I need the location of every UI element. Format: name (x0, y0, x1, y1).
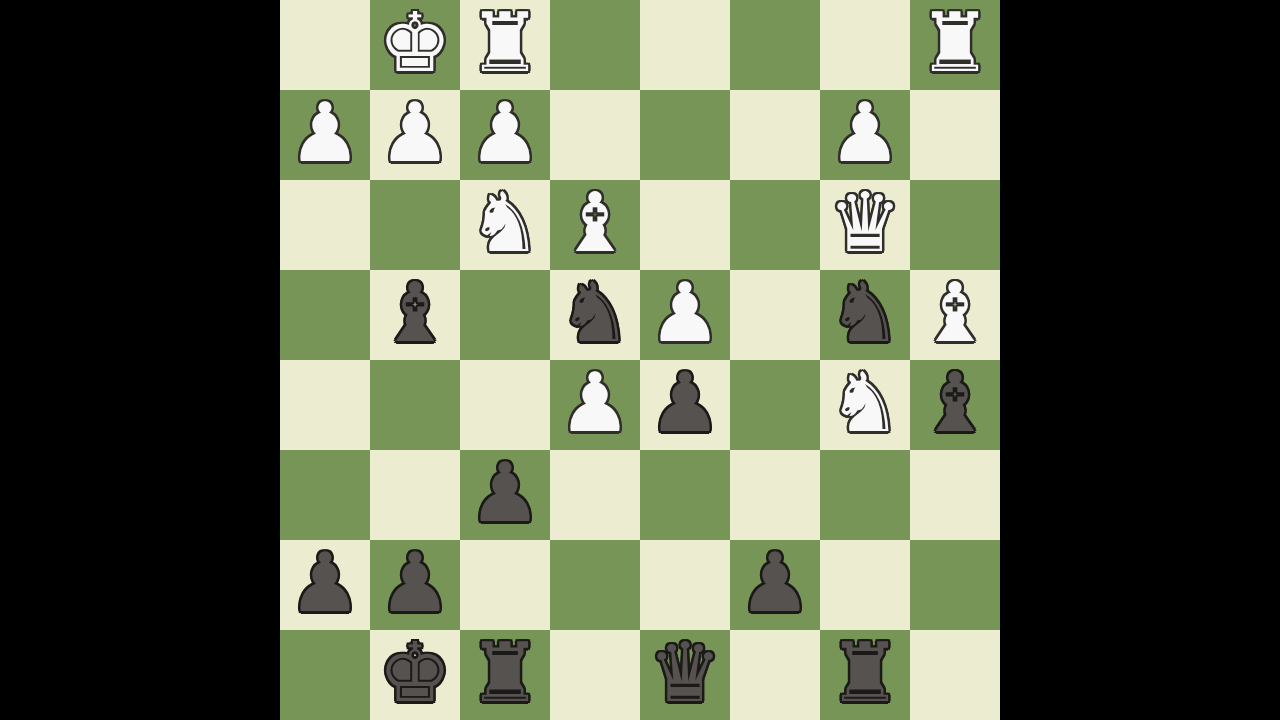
black-pawn-g7[interactable]: ♟ (378, 542, 452, 624)
square-c5[interactable] (730, 360, 820, 450)
square-f2[interactable]: ♟ (460, 90, 550, 180)
square-d7[interactable] (640, 540, 730, 630)
square-c4[interactable] (730, 270, 820, 360)
square-b8[interactable]: ♜ (820, 630, 910, 720)
square-f4[interactable] (460, 270, 550, 360)
square-h8[interactable] (280, 630, 370, 720)
square-b5[interactable]: ♞ (820, 360, 910, 450)
square-b1[interactable] (820, 0, 910, 90)
white-knight-f3[interactable]: ♞ (468, 182, 542, 264)
white-king-g1[interactable]: ♚ (378, 2, 452, 84)
square-e3[interactable]: ♝ (550, 180, 640, 270)
square-a3[interactable] (910, 180, 1000, 270)
square-c6[interactable] (730, 450, 820, 540)
square-e7[interactable] (550, 540, 640, 630)
black-pawn-c7[interactable]: ♟ (738, 542, 812, 624)
white-rook-a1[interactable]: ♜ (918, 2, 992, 84)
square-b7[interactable] (820, 540, 910, 630)
square-d3[interactable] (640, 180, 730, 270)
white-rook-f1[interactable]: ♜ (468, 2, 542, 84)
square-b3[interactable]: ♛ (820, 180, 910, 270)
square-d4[interactable]: ♟ (640, 270, 730, 360)
screenshot-stage: ♚♜♜♟♟♟♟♞♝♛♝♞♟♞♝♟♟♞♝♟♟♟♟♚♜♛♜ (0, 0, 1280, 720)
square-f7[interactable] (460, 540, 550, 630)
black-pawn-h7[interactable]: ♟ (288, 542, 362, 624)
square-g8[interactable]: ♚ (370, 630, 460, 720)
square-e4[interactable]: ♞ (550, 270, 640, 360)
square-h5[interactable] (280, 360, 370, 450)
square-g7[interactable]: ♟ (370, 540, 460, 630)
square-e6[interactable] (550, 450, 640, 540)
square-e1[interactable] (550, 0, 640, 90)
square-g4[interactable]: ♝ (370, 270, 460, 360)
square-c3[interactable] (730, 180, 820, 270)
black-pawn-d5[interactable]: ♟ (648, 362, 722, 444)
square-h6[interactable] (280, 450, 370, 540)
square-a1[interactable]: ♜ (910, 0, 1000, 90)
black-rook-b8[interactable]: ♜ (828, 632, 902, 714)
square-c2[interactable] (730, 90, 820, 180)
square-c8[interactable] (730, 630, 820, 720)
square-e8[interactable] (550, 630, 640, 720)
square-d6[interactable] (640, 450, 730, 540)
square-f6[interactable]: ♟ (460, 450, 550, 540)
square-f5[interactable] (460, 360, 550, 450)
square-h3[interactable] (280, 180, 370, 270)
square-b4[interactable]: ♞ (820, 270, 910, 360)
square-f3[interactable]: ♞ (460, 180, 550, 270)
square-a5[interactable]: ♝ (910, 360, 1000, 450)
chess-board: ♚♜♜♟♟♟♟♞♝♛♝♞♟♞♝♟♟♞♝♟♟♟♟♚♜♛♜ (280, 0, 1000, 720)
square-h7[interactable]: ♟ (280, 540, 370, 630)
black-bishop-g4[interactable]: ♝ (378, 272, 452, 354)
square-d8[interactable]: ♛ (640, 630, 730, 720)
square-h1[interactable] (280, 0, 370, 90)
letterbox-right (1000, 0, 1280, 720)
square-g6[interactable] (370, 450, 460, 540)
square-f8[interactable]: ♜ (460, 630, 550, 720)
square-a7[interactable] (910, 540, 1000, 630)
square-g5[interactable] (370, 360, 460, 450)
square-d1[interactable] (640, 0, 730, 90)
black-bishop-a5[interactable]: ♝ (918, 362, 992, 444)
square-c7[interactable]: ♟ (730, 540, 820, 630)
square-a2[interactable] (910, 90, 1000, 180)
black-knight-e4[interactable]: ♞ (558, 272, 632, 354)
black-queen-d8[interactable]: ♛ (648, 632, 722, 714)
white-pawn-f2[interactable]: ♟ (468, 92, 542, 174)
square-e2[interactable] (550, 90, 640, 180)
square-a6[interactable] (910, 450, 1000, 540)
white-pawn-h2[interactable]: ♟ (288, 92, 362, 174)
white-pawn-b2[interactable]: ♟ (828, 92, 902, 174)
square-d5[interactable]: ♟ (640, 360, 730, 450)
square-g2[interactable]: ♟ (370, 90, 460, 180)
black-rook-f8[interactable]: ♜ (468, 632, 542, 714)
square-f1[interactable]: ♜ (460, 0, 550, 90)
letterbox-left (0, 0, 280, 720)
square-a4[interactable]: ♝ (910, 270, 1000, 360)
white-queen-b3[interactable]: ♛ (828, 182, 902, 264)
square-h4[interactable] (280, 270, 370, 360)
white-bishop-e3[interactable]: ♝ (558, 182, 632, 264)
square-h2[interactable]: ♟ (280, 90, 370, 180)
white-pawn-d4[interactable]: ♟ (648, 272, 722, 354)
square-b2[interactable]: ♟ (820, 90, 910, 180)
square-g3[interactable] (370, 180, 460, 270)
black-king-g8[interactable]: ♚ (378, 632, 452, 714)
square-a8[interactable] (910, 630, 1000, 720)
square-e5[interactable]: ♟ (550, 360, 640, 450)
white-pawn-g2[interactable]: ♟ (378, 92, 452, 174)
square-c1[interactable] (730, 0, 820, 90)
square-g1[interactable]: ♚ (370, 0, 460, 90)
square-b6[interactable] (820, 450, 910, 540)
black-knight-b4[interactable]: ♞ (828, 272, 902, 354)
white-pawn-e5[interactable]: ♟ (558, 362, 632, 444)
white-bishop-a4[interactable]: ♝ (918, 272, 992, 354)
square-d2[interactable] (640, 90, 730, 180)
white-knight-b5[interactable]: ♞ (828, 362, 902, 444)
black-pawn-f6[interactable]: ♟ (468, 452, 542, 534)
